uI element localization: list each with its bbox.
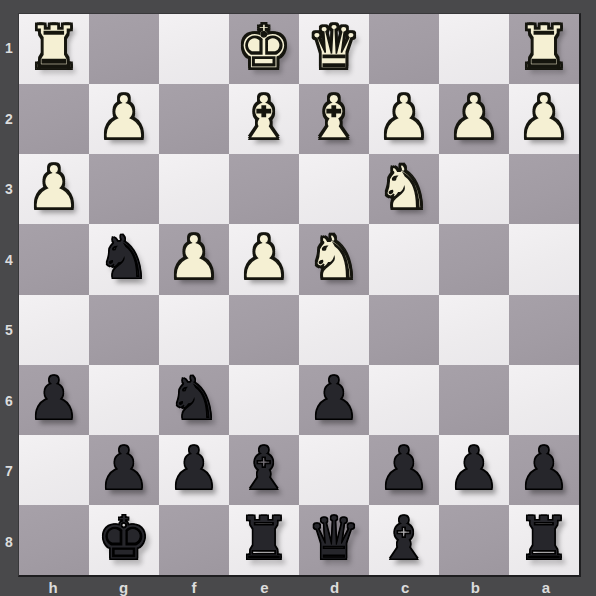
rank-labels: 12345678 <box>0 13 18 577</box>
square-c3[interactable]: ♞ <box>369 154 439 224</box>
square-b8[interactable] <box>439 505 509 575</box>
square-e1[interactable]: ♚ <box>229 14 299 84</box>
square-d2[interactable]: ♝ <box>299 84 369 154</box>
square-b6[interactable] <box>439 365 509 435</box>
square-c4[interactable] <box>369 224 439 294</box>
white-bishop[interactable]: ♝ <box>307 87 361 147</box>
square-h7[interactable] <box>19 435 89 505</box>
white-rook[interactable]: ♜ <box>517 17 571 77</box>
rank-label-4: 4 <box>0 225 18 296</box>
square-h6[interactable]: ♟ <box>19 365 89 435</box>
black-rook[interactable]: ♜ <box>517 508 571 568</box>
white-knight[interactable]: ♞ <box>377 157 431 217</box>
rank-label-2: 2 <box>0 84 18 155</box>
black-pawn[interactable]: ♟ <box>377 438 431 498</box>
black-queen[interactable]: ♛ <box>307 508 361 568</box>
square-f7[interactable]: ♟ <box>159 435 229 505</box>
square-h5[interactable] <box>19 295 89 365</box>
square-b7[interactable]: ♟ <box>439 435 509 505</box>
square-g4[interactable]: ♞ <box>89 224 159 294</box>
square-c6[interactable] <box>369 365 439 435</box>
chess-board-frame: 12345678 ♜♚♛♜♟♝♝♟♟♟♟♞♞♟♟♞♟♞♟♟♟♝♟♟♟♚♜♛♝♜ … <box>0 0 596 596</box>
square-c7[interactable]: ♟ <box>369 435 439 505</box>
file-label-e: e <box>229 577 299 596</box>
square-e6[interactable] <box>229 365 299 435</box>
square-b5[interactable] <box>439 295 509 365</box>
white-pawn[interactable]: ♟ <box>517 87 571 147</box>
square-a6[interactable] <box>509 365 579 435</box>
black-pawn[interactable]: ♟ <box>97 438 151 498</box>
black-rook[interactable]: ♜ <box>237 508 291 568</box>
file-label-f: f <box>159 577 229 596</box>
file-label-d: d <box>300 577 370 596</box>
rank-label-7: 7 <box>0 436 18 507</box>
file-label-b: b <box>440 577 510 596</box>
white-pawn[interactable]: ♟ <box>167 227 221 287</box>
square-f8[interactable] <box>159 505 229 575</box>
square-g8[interactable]: ♚ <box>89 505 159 575</box>
square-f5[interactable] <box>159 295 229 365</box>
square-e5[interactable] <box>229 295 299 365</box>
rank-label-6: 6 <box>0 366 18 437</box>
file-label-h: h <box>18 577 88 596</box>
file-label-g: g <box>88 577 158 596</box>
white-pawn[interactable]: ♟ <box>377 87 431 147</box>
square-g2[interactable]: ♟ <box>89 84 159 154</box>
rank-label-8: 8 <box>0 507 18 578</box>
white-pawn[interactable]: ♟ <box>447 87 501 147</box>
square-e3[interactable] <box>229 154 299 224</box>
square-g7[interactable]: ♟ <box>89 435 159 505</box>
file-label-c: c <box>370 577 440 596</box>
white-king[interactable]: ♚ <box>237 17 291 77</box>
white-pawn[interactable]: ♟ <box>237 227 291 287</box>
square-g1[interactable] <box>89 14 159 84</box>
square-h8[interactable] <box>19 505 89 575</box>
square-b4[interactable] <box>439 224 509 294</box>
square-e8[interactable]: ♜ <box>229 505 299 575</box>
white-pawn[interactable]: ♟ <box>27 157 81 217</box>
white-knight[interactable]: ♞ <box>307 227 361 287</box>
square-b2[interactable]: ♟ <box>439 84 509 154</box>
square-a8[interactable]: ♜ <box>509 505 579 575</box>
square-d4[interactable]: ♞ <box>299 224 369 294</box>
square-f4[interactable]: ♟ <box>159 224 229 294</box>
square-g3[interactable] <box>89 154 159 224</box>
square-d6[interactable]: ♟ <box>299 365 369 435</box>
white-rook[interactable]: ♜ <box>27 17 81 77</box>
square-c8[interactable]: ♝ <box>369 505 439 575</box>
square-d8[interactable]: ♛ <box>299 505 369 575</box>
square-b1[interactable] <box>439 14 509 84</box>
square-a4[interactable] <box>509 224 579 294</box>
square-d7[interactable] <box>299 435 369 505</box>
white-pawn[interactable]: ♟ <box>97 87 151 147</box>
square-f1[interactable] <box>159 14 229 84</box>
square-h1[interactable]: ♜ <box>19 14 89 84</box>
square-d3[interactable] <box>299 154 369 224</box>
square-d5[interactable] <box>299 295 369 365</box>
square-f2[interactable] <box>159 84 229 154</box>
black-bishop[interactable]: ♝ <box>377 508 431 568</box>
square-c1[interactable] <box>369 14 439 84</box>
file-labels: hgfedcba <box>18 577 581 596</box>
file-label-a: a <box>511 577 581 596</box>
black-king[interactable]: ♚ <box>97 508 151 568</box>
square-a1[interactable]: ♜ <box>509 14 579 84</box>
square-a3[interactable] <box>509 154 579 224</box>
square-g5[interactable] <box>89 295 159 365</box>
square-h2[interactable] <box>19 84 89 154</box>
white-bishop[interactable]: ♝ <box>237 87 291 147</box>
square-e4[interactable]: ♟ <box>229 224 299 294</box>
rank-label-1: 1 <box>0 13 18 84</box>
square-b3[interactable] <box>439 154 509 224</box>
black-pawn[interactable]: ♟ <box>447 438 501 498</box>
black-pawn[interactable]: ♟ <box>517 438 571 498</box>
rank-label-5: 5 <box>0 295 18 366</box>
square-f6[interactable]: ♞ <box>159 365 229 435</box>
square-c5[interactable] <box>369 295 439 365</box>
square-e7[interactable]: ♝ <box>229 435 299 505</box>
square-g6[interactable] <box>89 365 159 435</box>
rank-label-3: 3 <box>0 154 18 225</box>
square-f3[interactable] <box>159 154 229 224</box>
black-pawn[interactable]: ♟ <box>167 438 221 498</box>
chess-board[interactable]: ♜♚♛♜♟♝♝♟♟♟♟♞♞♟♟♞♟♞♟♟♟♝♟♟♟♚♜♛♝♜ <box>18 13 581 577</box>
square-a2[interactable]: ♟ <box>509 84 579 154</box>
black-pawn[interactable]: ♟ <box>307 368 361 428</box>
square-h3[interactable]: ♟ <box>19 154 89 224</box>
square-c2[interactable]: ♟ <box>369 84 439 154</box>
white-queen[interactable]: ♛ <box>307 17 361 77</box>
black-pawn[interactable]: ♟ <box>27 368 81 428</box>
square-d1[interactable]: ♛ <box>299 14 369 84</box>
square-e2[interactable]: ♝ <box>229 84 299 154</box>
black-knight[interactable]: ♞ <box>167 368 221 428</box>
black-bishop[interactable]: ♝ <box>237 438 291 498</box>
square-h4[interactable] <box>19 224 89 294</box>
black-knight[interactable]: ♞ <box>97 227 151 287</box>
square-a5[interactable] <box>509 295 579 365</box>
square-a7[interactable]: ♟ <box>509 435 579 505</box>
